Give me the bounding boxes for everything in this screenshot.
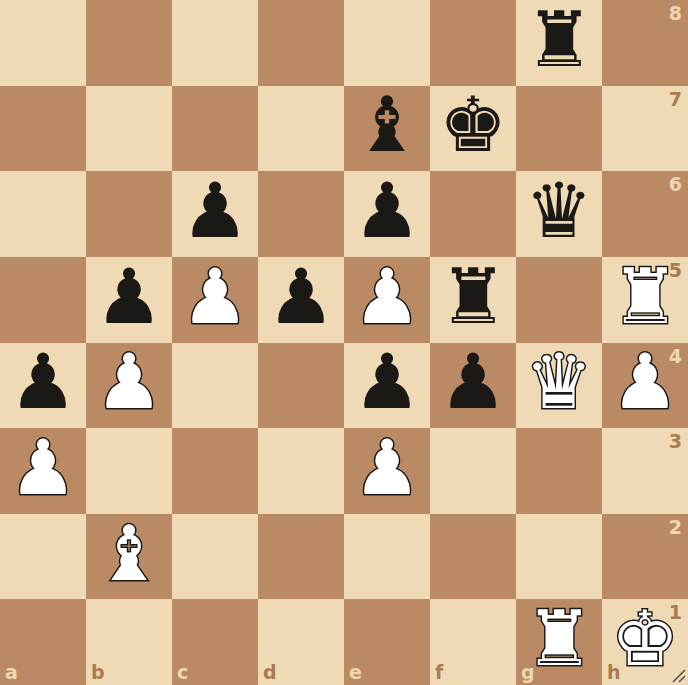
board-resize-handle-icon[interactable] — [672, 669, 686, 683]
coord-file-e: e — [349, 663, 362, 682]
square-d8[interactable] — [258, 0, 344, 86]
square-h4[interactable]: ♟4 — [602, 343, 688, 429]
square-b1[interactable]: b — [86, 599, 172, 685]
coord-file-b: b — [91, 663, 105, 682]
square-c1[interactable]: c — [172, 599, 258, 685]
square-h5[interactable]: ♜5 — [602, 257, 688, 343]
coord-file-c: c — [177, 663, 188, 682]
coord-file-a: a — [5, 663, 18, 682]
square-e5[interactable]: ♟ — [344, 257, 430, 343]
piece-white-pawn[interactable]: ♟ — [9, 430, 77, 506]
piece-black-pawn[interactable]: ♟ — [95, 259, 163, 335]
square-d4[interactable] — [258, 343, 344, 429]
piece-white-rook[interactable]: ♜ — [611, 259, 679, 335]
square-h2[interactable]: 2 — [602, 514, 688, 600]
piece-black-pawn[interactable]: ♟ — [353, 173, 421, 249]
square-d2[interactable] — [258, 514, 344, 600]
square-c6[interactable]: ♟ — [172, 171, 258, 257]
piece-black-queen[interactable]: ♛ — [525, 173, 593, 249]
square-a1[interactable]: a — [0, 599, 86, 685]
square-g5[interactable] — [516, 257, 602, 343]
piece-white-pawn[interactable]: ♟ — [181, 259, 249, 335]
piece-white-bishop[interactable]: ♝ — [95, 516, 163, 592]
square-e8[interactable] — [344, 0, 430, 86]
square-h6[interactable]: 6 — [602, 171, 688, 257]
square-f2[interactable] — [430, 514, 516, 600]
square-g1[interactable]: ♜g — [516, 599, 602, 685]
square-c2[interactable] — [172, 514, 258, 600]
piece-black-pawn[interactable]: ♟ — [267, 259, 335, 335]
square-g6[interactable]: ♛ — [516, 171, 602, 257]
square-c8[interactable] — [172, 0, 258, 86]
square-g8[interactable]: ♜ — [516, 0, 602, 86]
square-c5[interactable]: ♟ — [172, 257, 258, 343]
square-d6[interactable] — [258, 171, 344, 257]
square-e7[interactable]: ♝ — [344, 86, 430, 172]
coord-file-f: f — [435, 663, 443, 682]
piece-white-rook[interactable]: ♜ — [525, 601, 593, 677]
square-a6[interactable] — [0, 171, 86, 257]
coord-rank-3: 3 — [669, 432, 682, 451]
square-b4[interactable]: ♟ — [86, 343, 172, 429]
square-g7[interactable] — [516, 86, 602, 172]
square-d1[interactable]: d — [258, 599, 344, 685]
square-b5[interactable]: ♟ — [86, 257, 172, 343]
square-a3[interactable]: ♟ — [0, 428, 86, 514]
square-a5[interactable] — [0, 257, 86, 343]
square-d7[interactable] — [258, 86, 344, 172]
chess-board: ♜8♝♚7♟♟♛6♟♟♟♟♜♜5♟♟♟♟♛♟4♟♟3♝2abcdef♜g♚h1 — [0, 0, 688, 685]
square-f4[interactable]: ♟ — [430, 343, 516, 429]
square-e2[interactable] — [344, 514, 430, 600]
square-b2[interactable]: ♝ — [86, 514, 172, 600]
square-e3[interactable]: ♟ — [344, 428, 430, 514]
piece-black-pawn[interactable]: ♟ — [439, 344, 507, 420]
piece-black-rook[interactable]: ♜ — [525, 2, 593, 78]
square-h3[interactable]: 3 — [602, 428, 688, 514]
square-b7[interactable] — [86, 86, 172, 172]
square-a7[interactable] — [0, 86, 86, 172]
square-f3[interactable] — [430, 428, 516, 514]
piece-white-pawn[interactable]: ♟ — [353, 430, 421, 506]
square-d5[interactable]: ♟ — [258, 257, 344, 343]
square-e4[interactable]: ♟ — [344, 343, 430, 429]
piece-white-pawn[interactable]: ♟ — [95, 344, 163, 420]
piece-white-pawn[interactable]: ♟ — [353, 259, 421, 335]
piece-white-pawn[interactable]: ♟ — [611, 344, 679, 420]
square-b8[interactable] — [86, 0, 172, 86]
square-f8[interactable] — [430, 0, 516, 86]
square-c7[interactable] — [172, 86, 258, 172]
coord-rank-7: 7 — [669, 90, 682, 109]
square-g3[interactable] — [516, 428, 602, 514]
square-h7[interactable]: 7 — [602, 86, 688, 172]
square-g2[interactable] — [516, 514, 602, 600]
piece-black-king[interactable]: ♚ — [439, 87, 507, 163]
square-c4[interactable] — [172, 343, 258, 429]
square-e1[interactable]: e — [344, 599, 430, 685]
square-b6[interactable] — [86, 171, 172, 257]
square-c3[interactable] — [172, 428, 258, 514]
square-d3[interactable] — [258, 428, 344, 514]
square-g4[interactable]: ♛ — [516, 343, 602, 429]
piece-black-pawn[interactable]: ♟ — [353, 344, 421, 420]
piece-black-bishop[interactable]: ♝ — [353, 87, 421, 163]
piece-white-queen[interactable]: ♛ — [525, 344, 593, 420]
coord-rank-6: 6 — [669, 175, 682, 194]
square-f1[interactable]: f — [430, 599, 516, 685]
square-f6[interactable] — [430, 171, 516, 257]
square-a2[interactable] — [0, 514, 86, 600]
piece-black-pawn[interactable]: ♟ — [9, 344, 77, 420]
coord-file-d: d — [263, 663, 277, 682]
square-a4[interactable]: ♟ — [0, 343, 86, 429]
square-b3[interactable] — [86, 428, 172, 514]
piece-black-rook[interactable]: ♜ — [439, 259, 507, 335]
square-h8[interactable]: 8 — [602, 0, 688, 86]
coord-rank-8: 8 — [669, 4, 682, 23]
square-e6[interactable]: ♟ — [344, 171, 430, 257]
square-a8[interactable] — [0, 0, 86, 86]
square-f7[interactable]: ♚ — [430, 86, 516, 172]
piece-black-pawn[interactable]: ♟ — [181, 173, 249, 249]
coord-rank-2: 2 — [669, 518, 682, 537]
piece-white-king[interactable]: ♚ — [611, 601, 679, 677]
square-f5[interactable]: ♜ — [430, 257, 516, 343]
